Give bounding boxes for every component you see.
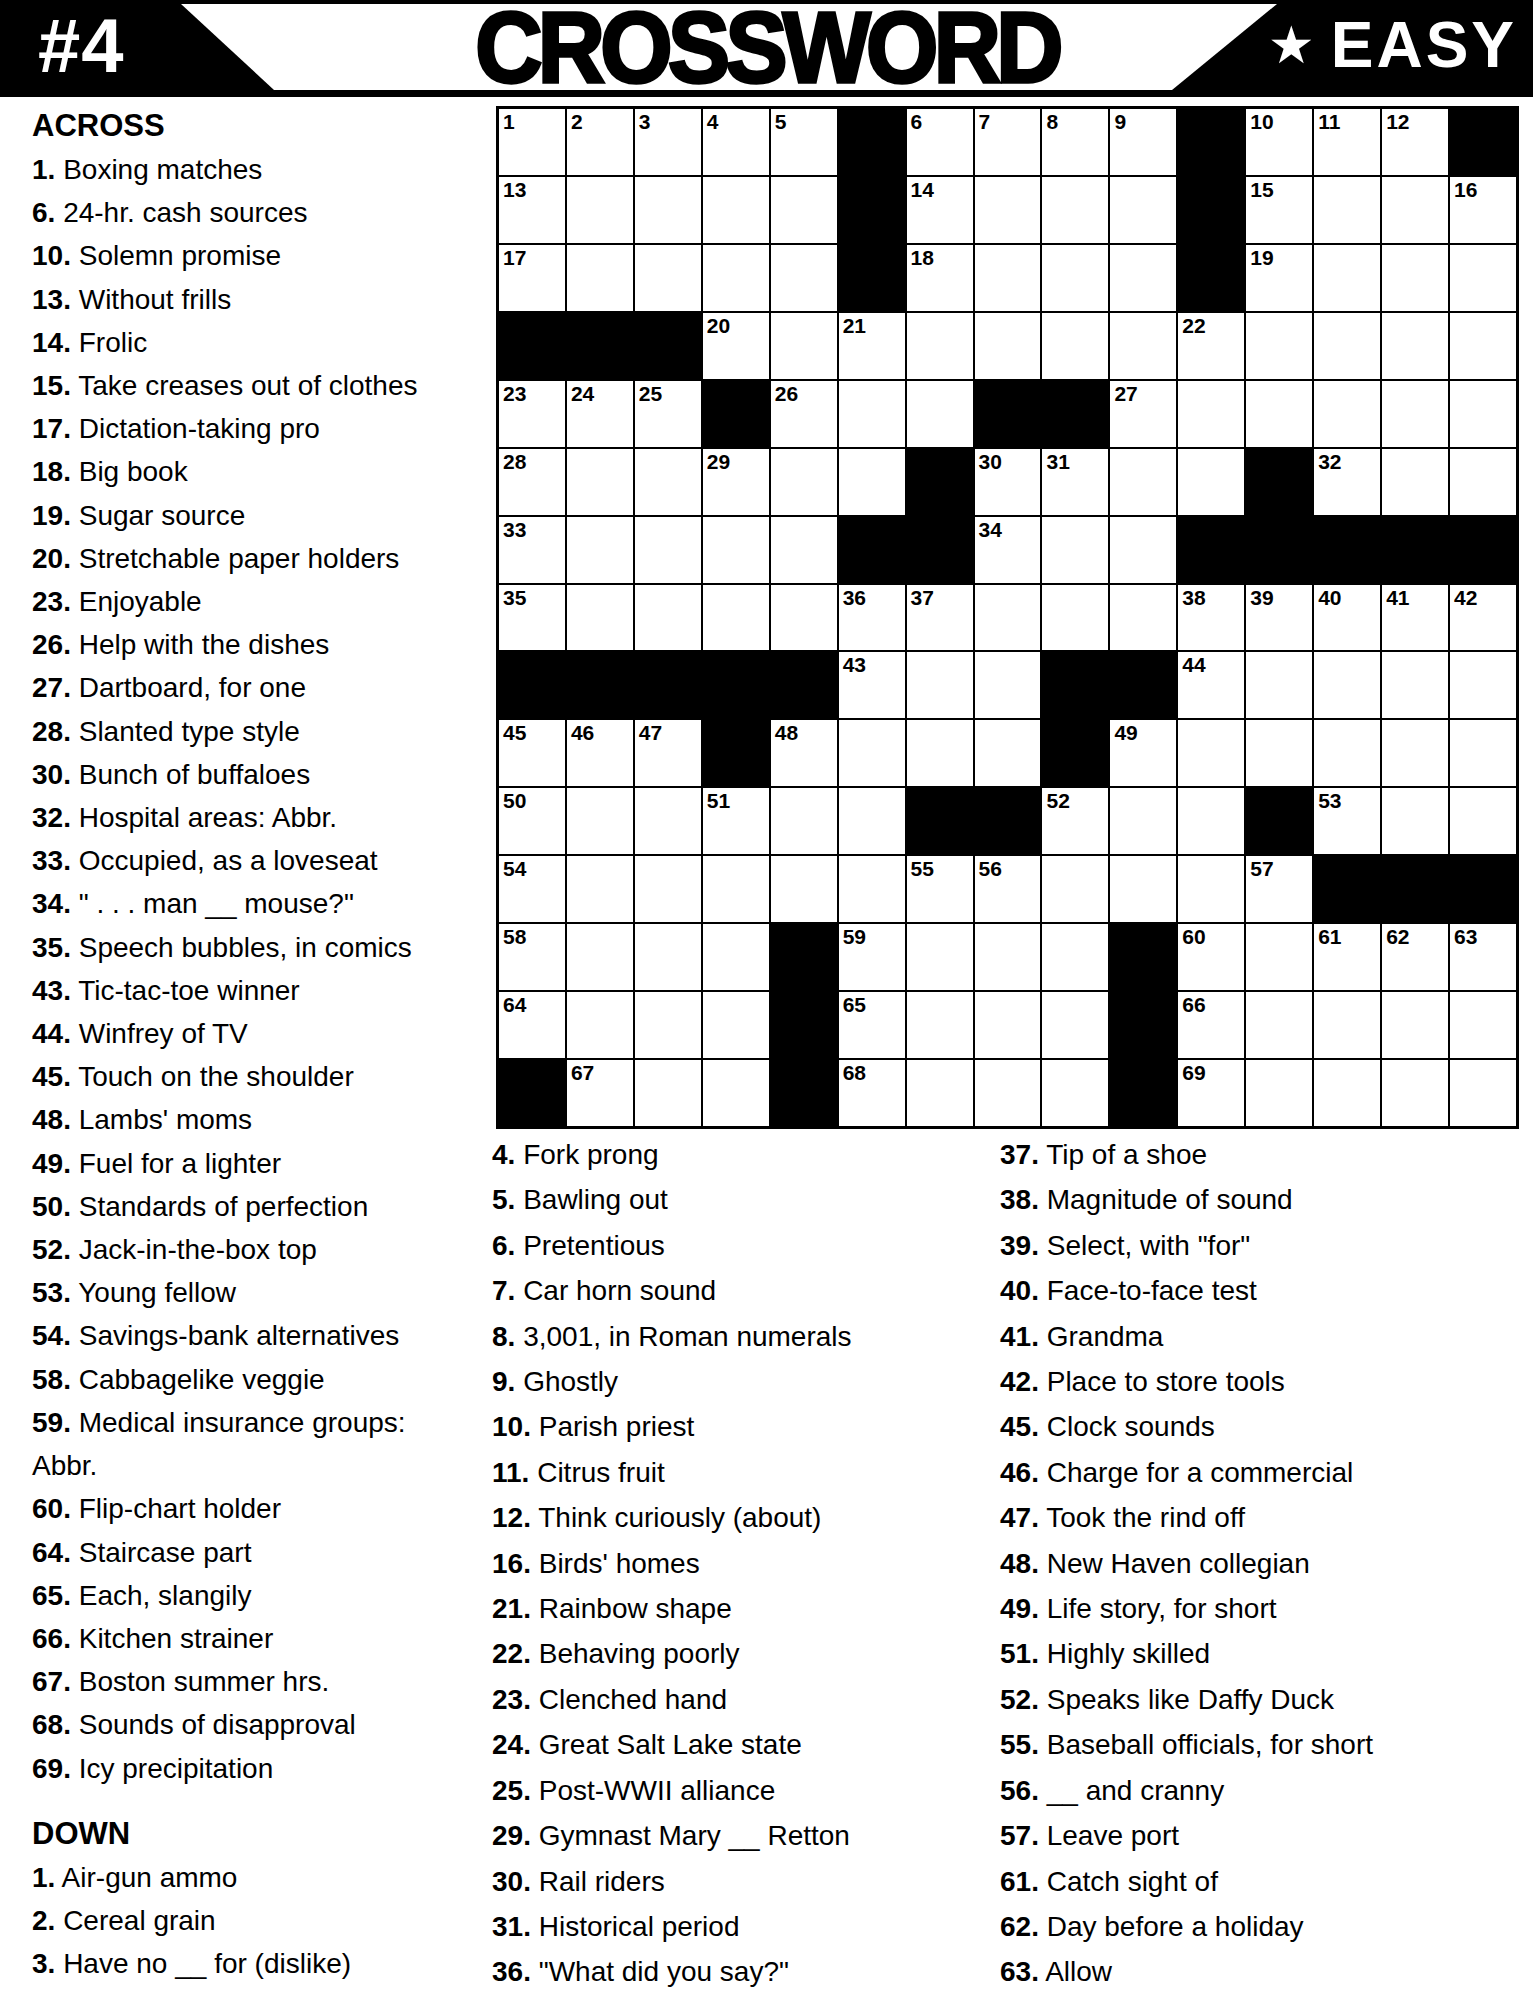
white-cell[interactable] (1042, 177, 1108, 243)
white-cell[interactable] (1246, 992, 1312, 1058)
clue[interactable]: 1. Air-gun ammo (32, 1856, 474, 1899)
clue[interactable]: 22. Behaving poorly (492, 1631, 992, 1676)
clue[interactable]: 23. Enjoyable (32, 580, 474, 623)
white-cell[interactable]: 17 (499, 245, 565, 311)
clue[interactable]: 33. Occupied, as a loveseat (32, 839, 474, 882)
white-cell[interactable]: 7 (975, 109, 1041, 175)
white-cell[interactable]: 29 (703, 449, 769, 515)
white-cell[interactable] (907, 924, 973, 990)
white-cell[interactable] (975, 585, 1041, 651)
white-cell[interactable]: 42 (1450, 585, 1516, 651)
clue[interactable]: 54. Savings-bank alternatives (32, 1314, 474, 1357)
white-cell[interactable] (839, 381, 905, 447)
white-cell[interactable] (1246, 652, 1312, 718)
clue[interactable]: 67. Boston summer hrs. (32, 1660, 474, 1703)
white-cell[interactable] (907, 992, 973, 1058)
white-cell[interactable] (1314, 245, 1380, 311)
white-cell[interactable] (567, 177, 633, 243)
clue[interactable]: 4. Fork prong (492, 1132, 992, 1177)
white-cell[interactable] (975, 313, 1041, 379)
white-cell[interactable] (1178, 720, 1244, 786)
clue[interactable]: 10. Solemn promise (32, 234, 474, 277)
white-cell[interactable] (1178, 856, 1244, 922)
clue-number: 5. (492, 1184, 515, 1215)
white-cell[interactable]: 28 (499, 449, 565, 515)
clue[interactable]: 50. Standards of perfection (32, 1185, 474, 1228)
black-cell (567, 313, 633, 379)
white-cell[interactable] (771, 177, 837, 243)
white-cell[interactable]: 8 (1042, 109, 1108, 175)
white-cell[interactable] (703, 1060, 769, 1126)
white-cell[interactable] (1246, 924, 1312, 990)
white-cell[interactable] (1450, 313, 1516, 379)
white-cell[interactable]: 22 (1178, 313, 1244, 379)
white-cell[interactable] (1110, 585, 1176, 651)
white-cell[interactable] (1042, 245, 1108, 311)
white-cell[interactable]: 47 (635, 720, 701, 786)
white-cell[interactable]: 45 (499, 720, 565, 786)
white-cell[interactable] (839, 788, 905, 854)
white-cell[interactable] (635, 449, 701, 515)
clue[interactable]: 31. Historical period (492, 1904, 992, 1949)
left-clue-column: ACROSS 1. Boxing matches6. 24-hr. cash s… (32, 104, 474, 1985)
white-cell[interactable] (635, 245, 701, 311)
white-cell[interactable] (635, 856, 701, 922)
clue[interactable]: 68. Sounds of disapproval (32, 1703, 474, 1746)
clue[interactable]: 48. New Haven collegian (1000, 1541, 1520, 1586)
white-cell[interactable]: 4 (703, 109, 769, 175)
white-cell[interactable]: 13 (499, 177, 565, 243)
clue[interactable]: 41. Grandma (1000, 1314, 1520, 1359)
cell-number: 6 (911, 110, 923, 134)
clue[interactable]: 62. Day before a holiday (1000, 1904, 1520, 1949)
clue[interactable]: 40. Face-to-face test (1000, 1268, 1520, 1313)
white-cell[interactable] (567, 245, 633, 311)
white-cell[interactable] (703, 924, 769, 990)
clue[interactable]: 17. Dictation-taking pro (32, 407, 474, 450)
clue[interactable]: 30. Rail riders (492, 1859, 992, 1904)
white-cell[interactable]: 19 (1246, 245, 1312, 311)
clue[interactable]: 49. Fuel for a lighter (32, 1142, 474, 1185)
clue[interactable]: 57. Leave port (1000, 1813, 1520, 1858)
white-cell[interactable] (839, 449, 905, 515)
white-cell[interactable] (1450, 652, 1516, 718)
white-cell[interactable]: 54 (499, 856, 565, 922)
white-cell[interactable]: 61 (1314, 924, 1380, 990)
clue[interactable]: 59. Medical insurance groups: Abbr. (32, 1401, 474, 1487)
white-cell[interactable]: 2 (567, 109, 633, 175)
clue[interactable]: 66. Kitchen strainer (32, 1617, 474, 1660)
white-cell[interactable]: 65 (839, 992, 905, 1058)
white-cell[interactable] (1110, 788, 1176, 854)
white-cell[interactable]: 16 (1450, 177, 1516, 243)
white-cell[interactable]: 3 (635, 109, 701, 175)
cell-number: 32 (1318, 450, 1341, 474)
white-cell[interactable]: 56 (975, 856, 1041, 922)
white-cell[interactable] (635, 1060, 701, 1126)
white-cell[interactable]: 46 (567, 720, 633, 786)
white-cell[interactable] (1450, 1060, 1516, 1126)
white-cell[interactable] (1382, 313, 1448, 379)
clue[interactable]: 28. Slanted type style (32, 710, 474, 753)
clue[interactable]: 19. Sugar source (32, 494, 474, 537)
white-cell[interactable]: 5 (771, 109, 837, 175)
white-cell[interactable]: 68 (839, 1060, 905, 1126)
white-cell[interactable] (1382, 652, 1448, 718)
clue[interactable]: 52. Speaks like Daffy Duck (1000, 1677, 1520, 1722)
clue[interactable]: 47. Took the rind off (1000, 1495, 1520, 1540)
white-cell[interactable]: 34 (975, 517, 1041, 583)
cell-number: 28 (503, 450, 526, 474)
white-cell[interactable] (975, 245, 1041, 311)
white-cell[interactable] (1382, 177, 1448, 243)
white-cell[interactable]: 40 (1314, 585, 1380, 651)
clue-text: Enjoyable (71, 586, 202, 617)
white-cell[interactable]: 6 (907, 109, 973, 175)
white-cell[interactable] (1110, 177, 1176, 243)
white-cell[interactable]: 25 (635, 381, 701, 447)
white-cell[interactable] (907, 652, 973, 718)
white-cell[interactable] (975, 1060, 1041, 1126)
white-cell[interactable]: 30 (975, 449, 1041, 515)
black-cell (839, 109, 905, 175)
white-cell[interactable] (771, 856, 837, 922)
clue[interactable]: 11. Citrus fruit (492, 1450, 992, 1495)
clue-text: Frolic (71, 327, 147, 358)
clue[interactable]: 34. " . . . man __ mouse?" (32, 882, 474, 925)
clue[interactable]: 35. Speech bubbles, in comics (32, 926, 474, 969)
clue[interactable]: 14. Frolic (32, 321, 474, 364)
white-cell[interactable] (1042, 585, 1108, 651)
white-cell[interactable] (907, 381, 973, 447)
white-cell[interactable] (703, 992, 769, 1058)
clue[interactable]: 58. Cabbagelike veggie (32, 1358, 474, 1401)
white-cell[interactable]: 66 (1178, 992, 1244, 1058)
white-cell[interactable] (567, 449, 633, 515)
white-cell[interactable] (1450, 788, 1516, 854)
white-cell[interactable] (771, 313, 837, 379)
cell-number: 21 (843, 314, 866, 338)
white-cell[interactable]: 63 (1450, 924, 1516, 990)
clue[interactable]: 51. Highly skilled (1000, 1631, 1520, 1676)
white-cell[interactable] (839, 720, 905, 786)
clue-text: Hospital areas: Abbr. (71, 802, 337, 833)
black-cell (1314, 517, 1380, 583)
clue[interactable]: 44. Winfrey of TV (32, 1012, 474, 1055)
white-cell[interactable] (1314, 313, 1380, 379)
clue[interactable]: 27. Dartboard, for one (32, 666, 474, 709)
white-cell[interactable] (907, 313, 973, 379)
clue[interactable]: 53. Young fellow (32, 1271, 474, 1314)
clue[interactable]: 36. "What did you say?" (492, 1949, 992, 1994)
white-cell[interactable] (567, 517, 633, 583)
white-cell[interactable] (1042, 313, 1108, 379)
white-cell[interactable]: 58 (499, 924, 565, 990)
white-cell[interactable] (1110, 856, 1176, 922)
clue[interactable]: 37. Tip of a shoe (1000, 1132, 1520, 1177)
white-cell[interactable] (1246, 1060, 1312, 1126)
white-cell[interactable] (1450, 245, 1516, 311)
clue[interactable]: 25. Post-WWII alliance (492, 1768, 992, 1813)
clue-number: 23. (32, 586, 71, 617)
clue[interactable]: 2. Cereal grain (32, 1899, 474, 1942)
white-cell[interactable] (1314, 1060, 1380, 1126)
clue[interactable]: 52. Jack-in-the-box top (32, 1228, 474, 1271)
clue[interactable]: 12. Think curiously (about) (492, 1495, 992, 1540)
white-cell[interactable]: 33 (499, 517, 565, 583)
clue[interactable]: 23. Clenched hand (492, 1677, 992, 1722)
white-cell[interactable]: 44 (1178, 652, 1244, 718)
clue-number: 24. (492, 1729, 531, 1760)
white-cell[interactable]: 14 (907, 177, 973, 243)
white-cell[interactable] (567, 992, 633, 1058)
clue-number: 55. (1000, 1729, 1039, 1760)
white-cell[interactable]: 48 (771, 720, 837, 786)
across-header: ACROSS (32, 104, 474, 148)
white-cell[interactable] (771, 585, 837, 651)
white-cell[interactable]: 18 (907, 245, 973, 311)
cell-number: 30 (979, 450, 1002, 474)
white-cell[interactable] (1314, 992, 1380, 1058)
white-cell[interactable] (1110, 245, 1176, 311)
clue[interactable]: 5. Bawling out (492, 1177, 992, 1222)
white-cell[interactable]: 38 (1178, 585, 1244, 651)
white-cell[interactable]: 27 (1110, 381, 1176, 447)
clue[interactable]: 9. Ghostly (492, 1359, 992, 1404)
white-cell[interactable]: 53 (1314, 788, 1380, 854)
clue[interactable]: 60. Flip-chart holder (32, 1487, 474, 1530)
white-cell[interactable] (1246, 381, 1312, 447)
white-cell[interactable] (1042, 517, 1108, 583)
clue-number: 22. (492, 1638, 531, 1669)
white-cell[interactable]: 11 (1314, 109, 1380, 175)
white-cell[interactable] (1450, 720, 1516, 786)
clue[interactable]: 61. Catch sight of (1000, 1859, 1520, 1904)
white-cell[interactable] (1382, 245, 1448, 311)
clue-number: 3. (32, 1948, 55, 1979)
black-cell (703, 381, 769, 447)
clue-number: 63. (1000, 1956, 1039, 1987)
clue[interactable]: 3. Have no __ for (dislike) (32, 1942, 474, 1985)
white-cell[interactable]: 52 (1042, 788, 1108, 854)
clue[interactable]: 6. 24-hr. cash sources (32, 191, 474, 234)
clue[interactable]: 64. Staircase part (32, 1531, 474, 1574)
clue-text: Grandma (1039, 1321, 1164, 1352)
white-cell[interactable] (975, 720, 1041, 786)
white-cell[interactable] (975, 652, 1041, 718)
white-cell[interactable]: 60 (1178, 924, 1244, 990)
clue[interactable]: 1. Boxing matches (32, 148, 474, 191)
white-cell[interactable]: 35 (499, 585, 565, 651)
clue[interactable]: 24. Great Salt Lake state (492, 1722, 992, 1767)
clue[interactable]: 26. Help with the dishes (32, 623, 474, 666)
white-cell[interactable] (1110, 313, 1176, 379)
clue[interactable]: 38. Magnitude of sound (1000, 1177, 1520, 1222)
white-cell[interactable] (1042, 924, 1108, 990)
white-cell[interactable] (567, 585, 633, 651)
clue[interactable]: 21. Rainbow shape (492, 1586, 992, 1631)
white-cell[interactable] (1178, 449, 1244, 515)
white-cell[interactable] (1382, 788, 1448, 854)
cell-number: 41 (1386, 586, 1409, 610)
white-cell[interactable] (703, 585, 769, 651)
white-cell[interactable] (771, 517, 837, 583)
clue[interactable]: 29. Gymnast Mary __ Retton (492, 1813, 992, 1858)
clue[interactable]: 6. Pretentious (492, 1223, 992, 1268)
clue-text: Car horn sound (515, 1275, 716, 1306)
black-cell (839, 177, 905, 243)
white-cell[interactable]: 41 (1382, 585, 1448, 651)
white-cell[interactable]: 10 (1246, 109, 1312, 175)
clue[interactable]: 20. Stretchable paper holders (32, 537, 474, 580)
clue[interactable]: 56. __ and cranny (1000, 1768, 1520, 1813)
white-cell[interactable] (975, 924, 1041, 990)
white-cell[interactable]: 31 (1042, 449, 1108, 515)
white-cell[interactable] (567, 856, 633, 922)
clue[interactable]: 48. Lambs' moms (32, 1098, 474, 1141)
white-cell[interactable]: 36 (839, 585, 905, 651)
clue-number: 1. (32, 1862, 55, 1893)
white-cell[interactable] (1042, 856, 1108, 922)
clue[interactable]: 13. Without frills (32, 278, 474, 321)
white-cell[interactable]: 20 (703, 313, 769, 379)
clue[interactable]: 18. Big book (32, 450, 474, 493)
clue[interactable]: 65. Each, slangily (32, 1574, 474, 1617)
white-cell[interactable] (635, 924, 701, 990)
white-cell[interactable] (703, 245, 769, 311)
clue[interactable]: 42. Place to store tools (1000, 1359, 1520, 1404)
white-cell[interactable] (1450, 992, 1516, 1058)
clue[interactable]: 45. Touch on the shoulder (32, 1055, 474, 1098)
black-cell (907, 449, 973, 515)
white-cell[interactable] (1042, 992, 1108, 1058)
white-cell[interactable] (975, 177, 1041, 243)
clue[interactable]: 7. Car horn sound (492, 1268, 992, 1313)
white-cell[interactable] (635, 517, 701, 583)
white-cell[interactable]: 55 (907, 856, 973, 922)
clue[interactable]: 49. Life story, for short (1000, 1586, 1520, 1631)
white-cell[interactable]: 23 (499, 381, 565, 447)
white-cell[interactable] (1382, 381, 1448, 447)
clue[interactable]: 46. Charge for a commercial (1000, 1450, 1520, 1495)
white-cell[interactable] (1314, 381, 1380, 447)
white-cell[interactable]: 50 (499, 788, 565, 854)
white-cell[interactable] (1178, 381, 1244, 447)
white-cell[interactable]: 49 (1110, 720, 1176, 786)
clue-text: Sugar source (71, 500, 245, 531)
clue-text: Speaks like Daffy Duck (1039, 1684, 1334, 1715)
clue[interactable]: 39. Select, with "for" (1000, 1223, 1520, 1268)
white-cell[interactable] (1246, 720, 1312, 786)
white-cell[interactable] (635, 992, 701, 1058)
clue-text: 3,001, in Roman numerals (515, 1321, 851, 1352)
white-cell[interactable] (839, 856, 905, 922)
white-cell[interactable] (1450, 381, 1516, 447)
clue[interactable]: 16. Birds' homes (492, 1541, 992, 1586)
white-cell[interactable] (703, 177, 769, 243)
white-cell[interactable] (907, 720, 973, 786)
white-cell[interactable] (567, 788, 633, 854)
white-cell[interactable]: 51 (703, 788, 769, 854)
clue[interactable]: 30. Bunch of buffaloes (32, 753, 474, 796)
white-cell[interactable]: 37 (907, 585, 973, 651)
white-cell[interactable] (703, 517, 769, 583)
clue-text: Boston summer hrs. (71, 1666, 329, 1697)
white-cell[interactable] (1382, 449, 1448, 515)
white-cell[interactable] (771, 245, 837, 311)
white-cell[interactable] (1178, 788, 1244, 854)
white-cell[interactable]: 21 (839, 313, 905, 379)
clue[interactable]: 63. Allow (1000, 1949, 1520, 1994)
white-cell[interactable] (907, 1060, 973, 1126)
white-cell[interactable]: 9 (1110, 109, 1176, 175)
white-cell[interactable]: 32 (1314, 449, 1380, 515)
white-cell[interactable]: 24 (567, 381, 633, 447)
clue-number: 57. (1000, 1820, 1039, 1851)
clue[interactable]: 8. 3,001, in Roman numerals (492, 1314, 992, 1359)
white-cell[interactable]: 67 (567, 1060, 633, 1126)
clue-number: 35. (32, 932, 71, 963)
white-cell[interactable] (635, 177, 701, 243)
clue[interactable]: 32. Hospital areas: Abbr. (32, 796, 474, 839)
clue[interactable]: 15. Take creases out of clothes (32, 364, 474, 407)
white-cell[interactable] (1110, 449, 1176, 515)
white-cell[interactable] (635, 788, 701, 854)
white-cell[interactable] (703, 856, 769, 922)
white-cell[interactable]: 39 (1246, 585, 1312, 651)
white-cell[interactable] (1314, 177, 1380, 243)
white-cell[interactable]: 64 (499, 992, 565, 1058)
white-cell[interactable]: 43 (839, 652, 905, 718)
white-cell[interactable] (1382, 1060, 1448, 1126)
clue[interactable]: 45. Clock sounds (1000, 1404, 1520, 1449)
clue-text: Sounds of disapproval (71, 1709, 356, 1740)
cell-number: 3 (639, 110, 651, 134)
white-cell[interactable]: 69 (1178, 1060, 1244, 1126)
cell-number: 60 (1182, 925, 1205, 949)
clue-text: " . . . man __ mouse?" (71, 888, 354, 919)
white-cell[interactable]: 62 (1382, 924, 1448, 990)
white-cell[interactable]: 1 (499, 109, 565, 175)
white-cell[interactable] (1042, 1060, 1108, 1126)
clue[interactable]: 43. Tic-tac-toe winner (32, 969, 474, 1012)
white-cell[interactable] (1110, 517, 1176, 583)
clue[interactable]: 55. Baseball officials, for short (1000, 1722, 1520, 1767)
clue-text: Staircase part (71, 1537, 252, 1568)
white-cell[interactable] (1382, 992, 1448, 1058)
white-cell[interactable] (1382, 720, 1448, 786)
white-cell[interactable]: 12 (1382, 109, 1448, 175)
white-cell[interactable]: 26 (771, 381, 837, 447)
white-cell[interactable] (771, 449, 837, 515)
white-cell[interactable] (1314, 652, 1380, 718)
white-cell[interactable] (975, 992, 1041, 1058)
white-cell[interactable]: 59 (839, 924, 905, 990)
clue[interactable]: 10. Parish priest (492, 1404, 992, 1449)
clue[interactable]: 69. Icy precipitation (32, 1747, 474, 1790)
white-cell[interactable] (1246, 313, 1312, 379)
white-cell[interactable]: 15 (1246, 177, 1312, 243)
white-cell[interactable]: 57 (1246, 856, 1312, 922)
cell-number: 48 (775, 721, 798, 745)
white-cell[interactable] (1314, 720, 1380, 786)
white-cell[interactable] (635, 585, 701, 651)
white-cell[interactable] (567, 924, 633, 990)
cell-number: 69 (1182, 1061, 1205, 1085)
white-cell[interactable] (1450, 449, 1516, 515)
white-cell[interactable] (771, 788, 837, 854)
black-cell (975, 381, 1041, 447)
